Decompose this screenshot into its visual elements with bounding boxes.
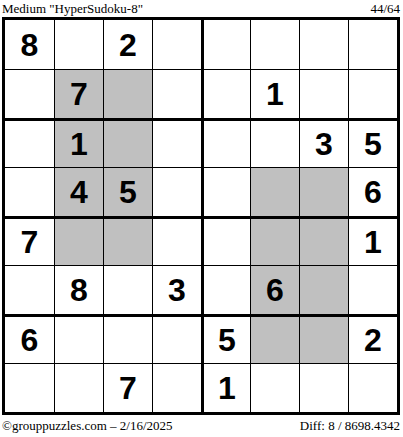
cell-r5c8[interactable]: 1 [348,216,397,265]
cell-r7c5[interactable]: 5 [201,314,250,363]
sudoku-board: 82711354567183665271 [2,17,400,415]
cell-r7c4[interactable] [152,314,201,363]
cell-r6c2[interactable]: 8 [54,265,103,314]
cell-r4c3[interactable]: 5 [103,167,152,216]
cell-r7c8[interactable]: 2 [348,314,397,363]
cell-r5c1[interactable]: 7 [5,216,54,265]
cell-r8c2[interactable] [54,363,103,412]
puzzle-counter: 44/64 [370,2,400,16]
cell-r4c1[interactable] [5,167,54,216]
cell-r4c8[interactable]: 6 [348,167,397,216]
cell-r7c3[interactable] [103,314,152,363]
cell-r2c7[interactable] [299,69,348,118]
cell-r8c4[interactable] [152,363,201,412]
cell-r1c8[interactable] [348,20,397,69]
cell-r3c1[interactable] [5,118,54,167]
cell-r3c3[interactable] [103,118,152,167]
cell-r5c6[interactable] [250,216,299,265]
puzzle-title: Medium "HyperSudoku-8" [2,2,143,16]
cell-r5c2[interactable] [54,216,103,265]
cell-r8c7[interactable] [299,363,348,412]
cell-r3c6[interactable] [250,118,299,167]
cell-r3c7[interactable]: 3 [299,118,348,167]
cell-r2c1[interactable] [5,69,54,118]
cell-r2c4[interactable] [152,69,201,118]
cell-r5c4[interactable] [152,216,201,265]
cell-r8c5[interactable]: 1 [201,363,250,412]
header: Medium "HyperSudoku-8" 44/64 [0,0,403,16]
cell-r7c7[interactable] [299,314,348,363]
cell-r8c1[interactable] [5,363,54,412]
cell-r2c8[interactable] [348,69,397,118]
cell-r4c2[interactable]: 4 [54,167,103,216]
cell-r6c1[interactable] [5,265,54,314]
cell-r6c3[interactable] [103,265,152,314]
cell-r7c1[interactable]: 6 [5,314,54,363]
cell-r5c7[interactable] [299,216,348,265]
difficulty-text: Diff: 8 / 8698.4342 [300,419,400,433]
cell-r6c8[interactable] [348,265,397,314]
cell-r2c6[interactable]: 1 [250,69,299,118]
cell-r1c7[interactable] [299,20,348,69]
cell-r1c2[interactable] [54,20,103,69]
cell-r2c2[interactable]: 7 [54,69,103,118]
cell-r3c4[interactable] [152,118,201,167]
cell-r8c6[interactable] [250,363,299,412]
cell-r4c7[interactable] [299,167,348,216]
cell-r6c7[interactable] [299,265,348,314]
copyright-text: ©grouppuzzles.com – 2/16/2025 [2,419,173,433]
cell-r8c8[interactable] [348,363,397,412]
cell-r1c5[interactable] [201,20,250,69]
cell-r2c5[interactable] [201,69,250,118]
cell-r1c6[interactable] [250,20,299,69]
cell-r3c2[interactable]: 1 [54,118,103,167]
cell-r6c6[interactable]: 6 [250,265,299,314]
cell-r1c3[interactable]: 2 [103,20,152,69]
cell-r3c5[interactable] [201,118,250,167]
cell-r5c3[interactable] [103,216,152,265]
cell-r1c1[interactable]: 8 [5,20,54,69]
footer: ©grouppuzzles.com – 2/16/2025 Diff: 8 / … [0,415,403,433]
cell-r2c3[interactable] [103,69,152,118]
cell-r6c5[interactable] [201,265,250,314]
cell-r3c8[interactable]: 5 [348,118,397,167]
cell-r4c5[interactable] [201,167,250,216]
cell-r7c2[interactable] [54,314,103,363]
cell-r4c6[interactable] [250,167,299,216]
cell-r4c4[interactable] [152,167,201,216]
cell-r7c6[interactable] [250,314,299,363]
cell-r8c3[interactable]: 7 [103,363,152,412]
cell-r5c5[interactable] [201,216,250,265]
cell-r6c4[interactable]: 3 [152,265,201,314]
cell-r1c4[interactable] [152,20,201,69]
